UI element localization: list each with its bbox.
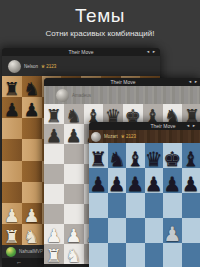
board-square[interactable]: ♟	[108, 168, 127, 193]
board-square[interactable]: ♟	[2, 97, 22, 118]
move-status-label: Their Move	[110, 78, 135, 86]
board-square[interactable]	[64, 164, 84, 184]
board-square[interactable]	[89, 243, 108, 267]
opponent-avatar	[56, 89, 69, 102]
board-square[interactable]: ♟	[22, 97, 42, 118]
back-arrow-icon[interactable]: ←	[16, 258, 22, 267]
board-square[interactable]: ♞	[22, 76, 42, 97]
board-square[interactable]: ♟	[44, 224, 64, 244]
board-square[interactable]	[2, 182, 22, 203]
window-header: Their Move ◄ ►	[89, 122, 200, 130]
board-square[interactable]: ♜	[44, 244, 64, 264]
black-bishop-piece: ♝	[126, 149, 144, 169]
board-square[interactable]	[145, 193, 164, 218]
black-pawn-piece: ♟	[66, 127, 82, 145]
white-rook-piece: ♜	[4, 228, 20, 246]
board-square[interactable]: ♟	[64, 124, 84, 144]
prev-move-button[interactable]: ◄	[188, 78, 192, 86]
board-square[interactable]	[89, 218, 108, 243]
white-knight-piece: ♞	[66, 247, 82, 265]
black-bishop-piece: ♝	[182, 149, 200, 169]
black-rook-piece: ♜	[46, 107, 62, 125]
board-square[interactable]: ♟	[2, 203, 22, 224]
board-square[interactable]	[182, 243, 201, 267]
board-square[interactable]	[44, 144, 64, 164]
player-name: NahualMVP	[19, 249, 43, 254]
board-square[interactable]: ♞	[22, 224, 42, 245]
board-square[interactable]: ♟	[44, 124, 64, 144]
page-subtitle: Сотни красивых комбинаций!	[0, 29, 200, 38]
board-square[interactable]	[126, 243, 145, 267]
board-square[interactable]	[163, 243, 182, 267]
opponent-name: Amadeus	[72, 93, 91, 98]
header-nav: ◄ ►	[146, 48, 156, 56]
white-pawn-piece: ♟	[46, 227, 62, 245]
white-pawn-piece: ♟	[4, 207, 20, 225]
opponent-rating: ♛ 2123	[121, 134, 136, 139]
white-rook-piece: ♜	[46, 247, 62, 265]
board-square[interactable]	[182, 218, 201, 243]
board-square[interactable]: ♜	[2, 224, 22, 245]
opponent-name: Mozart	[104, 134, 118, 139]
board-square[interactable]	[145, 218, 164, 243]
prev-move-button[interactable]: ◄	[146, 48, 150, 56]
opponent-rating: ♛ 2123	[41, 64, 56, 69]
black-queen-piece: ♛	[145, 149, 163, 169]
opponent-name: Nelson	[24, 64, 38, 69]
black-rook-piece: ♜	[4, 80, 20, 98]
white-pawn-piece: ♟	[163, 224, 181, 244]
black-pawn-piece: ♟	[89, 174, 107, 194]
board-square[interactable]	[22, 161, 42, 182]
board-square[interactable]: ♟	[22, 203, 42, 224]
board-square[interactable]	[126, 218, 145, 243]
board-square[interactable]	[64, 204, 84, 224]
black-pawn-piece: ♟	[145, 174, 163, 194]
board-square[interactable]: ♟	[89, 168, 108, 193]
board-square[interactable]: ♚	[163, 143, 182, 168]
board-square[interactable]: ♟	[145, 168, 164, 193]
board-square[interactable]: ♞	[163, 104, 183, 124]
header-nav: ◄ ►	[186, 122, 196, 130]
board-square[interactable]	[64, 144, 84, 164]
board-square[interactable]: ♜	[2, 76, 22, 97]
board-square[interactable]: ♝	[84, 104, 104, 124]
board-square[interactable]	[182, 193, 201, 218]
app-promo-screen: Темы Сотни красивых комбинаций! Their Mo…	[0, 0, 200, 267]
board-square[interactable]: ♝	[182, 143, 201, 168]
prev-move-button[interactable]: ◄	[186, 122, 190, 130]
black-knight-piece: ♞	[66, 107, 82, 125]
white-pawn-piece: ♟	[24, 207, 40, 225]
chess-window-blue-theme: Their Move ◄ ► Mozart ♛ 2123 ♜♞♝♛♚♝♞♜♟♟♟…	[89, 122, 200, 267]
page-title: Темы	[0, 5, 200, 27]
opponent-bar: Amadeus	[44, 86, 200, 104]
window-header: Their Move ◄ ►	[2, 48, 160, 56]
board-square[interactable]	[22, 182, 42, 203]
board-square[interactable]	[44, 164, 64, 184]
white-pawn-piece: ♟	[66, 227, 82, 245]
board-square[interactable]	[2, 161, 22, 182]
next-move-button[interactable]: ►	[194, 78, 198, 86]
header-nav: ◄ ►	[188, 78, 198, 86]
opponent-bar: Mozart ♛ 2123	[89, 130, 200, 143]
board-square[interactable]	[108, 243, 127, 267]
black-king-piece: ♚	[163, 149, 181, 169]
black-rook-piece: ♜	[89, 149, 107, 169]
board-square[interactable]: ♜	[182, 104, 200, 124]
board-square[interactable]: ♛	[103, 104, 123, 124]
board-square[interactable]	[44, 184, 64, 204]
board-square[interactable]: ♜	[44, 104, 64, 124]
board-square[interactable]: ♝	[143, 104, 163, 124]
board-square[interactable]: ♜	[89, 143, 108, 168]
board-square[interactable]	[108, 218, 127, 243]
black-pawn-piece: ♟	[126, 174, 144, 194]
board-square[interactable]: ♞	[108, 143, 127, 168]
black-pawn-piece: ♟	[24, 101, 40, 119]
board-square[interactable]	[145, 243, 164, 267]
board-square[interactable]: ♝	[126, 143, 145, 168]
board-square[interactable]: ♞	[64, 104, 84, 124]
move-status-label: Their Move	[150, 122, 175, 130]
board-square[interactable]	[89, 193, 108, 218]
board-square[interactable]	[44, 204, 64, 224]
board-square[interactable]: ♛	[145, 143, 164, 168]
black-pawn-piece: ♟	[4, 101, 20, 119]
board-square[interactable]: ♟	[126, 168, 145, 193]
black-knight-piece: ♞	[108, 149, 126, 169]
move-status-label: Their Move	[68, 48, 93, 56]
opponent-bar: Nelson ♛ 2123	[2, 56, 160, 76]
black-pawn-piece: ♟	[108, 174, 126, 194]
opponent-avatar	[91, 132, 101, 142]
next-move-button[interactable]: ►	[152, 48, 156, 56]
board-square[interactable]	[2, 118, 22, 139]
board-square[interactable]: ♟	[64, 224, 84, 244]
black-knight-piece: ♞	[24, 80, 40, 98]
board-square[interactable]: ♞	[64, 244, 84, 264]
board-square[interactable]	[2, 139, 22, 160]
window-header: Their Move ◄ ►	[44, 78, 200, 86]
board-square[interactable]	[108, 193, 127, 218]
board-square[interactable]	[64, 184, 84, 204]
board-square[interactable]: ♟	[163, 218, 182, 243]
chess-board-blue: ♜♞♝♛♚♝♞♜♟♟♟♟♟♟♟♟♟♟♟♟♟♟♟♟♜♞♝♛♚♝♞♜	[89, 143, 200, 267]
next-move-button[interactable]: ►	[192, 122, 196, 130]
board-square[interactable]	[22, 118, 42, 139]
player-avatar	[6, 247, 16, 257]
white-knight-piece: ♞	[24, 228, 40, 246]
board-square[interactable]	[163, 193, 182, 218]
board-square[interactable]: ♚	[123, 104, 143, 124]
black-pawn-piece: ♟	[46, 127, 62, 145]
black-pawn-piece: ♟	[163, 174, 181, 194]
board-square[interactable]: ♟	[163, 168, 182, 193]
opponent-avatar	[8, 60, 21, 73]
board-square[interactable]	[126, 193, 145, 218]
black-pawn-piece: ♟	[182, 174, 200, 194]
board-square[interactable]	[22, 139, 42, 160]
board-square[interactable]: ♟	[182, 168, 201, 193]
